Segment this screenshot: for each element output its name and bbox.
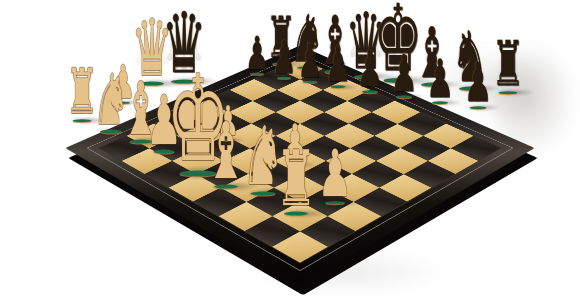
piece-base-green-ring	[73, 119, 92, 122]
piece-reflection: ♜	[65, 59, 98, 121]
piece-reflection: ♚	[373, 0, 422, 81]
piece-shadow	[139, 79, 185, 88]
piece-base-green-ring	[116, 102, 130, 104]
piece-reflection: ♛	[345, 0, 387, 77]
piece-base-green-ring	[384, 78, 413, 83]
chess-piece-white-rook: ♜	[65, 61, 98, 123]
chess-piece-black-king: ♚	[373, 0, 422, 85]
chess-set-product-photo: ♜♜♞♞♝♝♟♟♛♛♟♟♚♚♟♟♛♛♛♛♝♝♟♟♞♞♟♟♜♜♟♟♟♟♟♟♟♟♜♜…	[0, 0, 580, 300]
piece-shadow	[72, 117, 109, 124]
piece-reflection: ♟	[111, 57, 136, 103]
chess-piece-white-pawn: ♟	[111, 59, 136, 105]
piece-reflection: ♛	[161, 0, 206, 82]
backdrop-shadow	[430, 48, 550, 118]
chess-piece-white-queen: ♛	[131, 9, 173, 87]
chess-piece-black-queen-spare: ♛	[161, 1, 206, 85]
piece-reflection: ♛	[131, 6, 173, 84]
piece-base-green-ring	[171, 80, 197, 84]
piece-base-green-ring	[140, 82, 164, 86]
piece-shadow	[115, 100, 142, 105]
